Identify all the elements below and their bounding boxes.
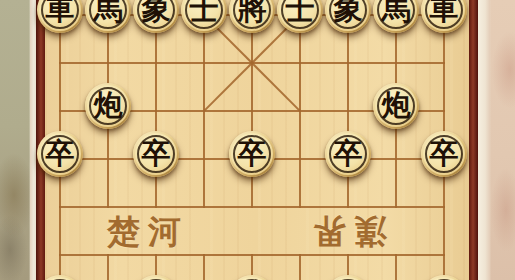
piece-black-卒-f4r3[interactable]: 卒 [229, 131, 275, 177]
piece-face: 車 [39, 0, 81, 31]
xiangqi-app-screen: 楚河 漢界 車馬象士將士象馬車炮炮卒卒卒卒卒兵兵兵兵兵 [0, 0, 515, 280]
piece-character: 象 [334, 0, 363, 24]
piece-face: 炮 [375, 85, 417, 127]
piece-black-卒-f8r3[interactable]: 卒 [421, 131, 467, 177]
background-right-strip [490, 0, 515, 280]
piece-face: 象 [327, 0, 369, 31]
piece-face: 卒 [135, 133, 177, 175]
piece-character: 車 [46, 0, 75, 24]
grid-line [107, 254, 109, 280]
board-frame-right [469, 0, 478, 280]
piece-character: 卒 [46, 139, 75, 168]
piece-face: 士 [279, 0, 321, 31]
piece-character: 馬 [94, 0, 123, 24]
piece-face: 卒 [231, 133, 273, 175]
piece-character: 士 [190, 0, 219, 24]
piece-black-卒-f0r3[interactable]: 卒 [37, 131, 83, 177]
piece-face: 馬 [87, 0, 129, 31]
grid-line [395, 254, 397, 280]
board-edge-highlight-right [478, 0, 491, 280]
piece-face: 卒 [39, 133, 81, 175]
piece-character: 炮 [94, 91, 123, 120]
piece-face: 將 [231, 0, 273, 31]
piece-character: 車 [430, 0, 459, 24]
background-left-strip [0, 0, 30, 280]
piece-character: 卒 [430, 139, 459, 168]
piece-character: 馬 [382, 0, 411, 24]
piece-face: 卒 [327, 133, 369, 175]
grid-line [251, 14, 253, 208]
piece-character: 象 [142, 0, 171, 24]
grid-line [155, 14, 157, 208]
piece-black-炮-f1r2[interactable]: 炮 [85, 83, 131, 129]
grid-line [347, 14, 349, 208]
piece-black-卒-f6r3[interactable]: 卒 [325, 131, 371, 177]
piece-face: 炮 [87, 85, 129, 127]
piece-character: 卒 [334, 139, 363, 168]
piece-character: 炮 [382, 91, 411, 120]
piece-black-卒-f2r3[interactable]: 卒 [133, 131, 179, 177]
piece-character: 卒 [142, 139, 171, 168]
piece-face: 象 [135, 0, 177, 31]
grid-line [203, 254, 205, 280]
piece-character: 士 [286, 0, 315, 24]
piece-character: 將 [238, 0, 267, 24]
piece-face: 馬 [375, 0, 417, 31]
piece-character: 卒 [238, 139, 267, 168]
river-label-chu-he: 楚河 [107, 215, 189, 248]
piece-face: 卒 [423, 133, 465, 175]
grid-line [299, 254, 301, 280]
piece-face: 車 [423, 0, 465, 31]
river-label-han-jie: 漢界 [305, 215, 387, 248]
piece-face: 士 [183, 0, 225, 31]
piece-black-炮-f7r2[interactable]: 炮 [373, 83, 419, 129]
